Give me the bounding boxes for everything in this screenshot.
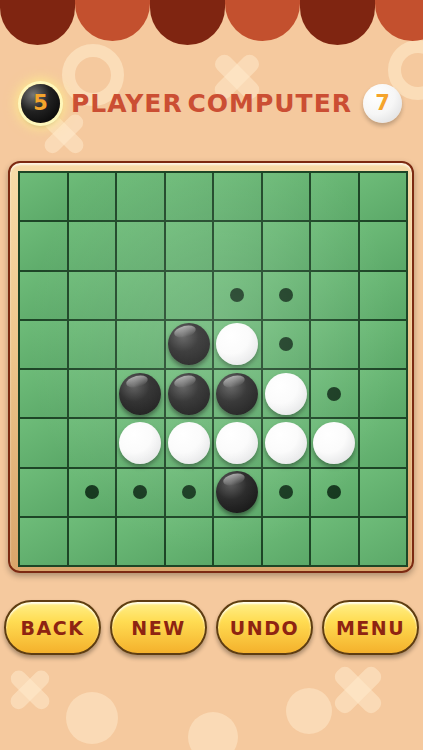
board-cell-g5[interactable] bbox=[311, 370, 358, 417]
board-cell-e2[interactable] bbox=[214, 222, 261, 269]
board-cell-c1[interactable] bbox=[117, 173, 164, 220]
board-cell-a8[interactable] bbox=[20, 518, 67, 565]
board-cell-c6[interactable] bbox=[117, 419, 164, 466]
board-cell-e7[interactable] bbox=[214, 469, 261, 516]
board-cell-g2[interactable] bbox=[311, 222, 358, 269]
legal-move-hint-dot bbox=[133, 485, 147, 499]
board-cell-a5[interactable] bbox=[20, 370, 67, 417]
board-cell-e5[interactable] bbox=[214, 370, 261, 417]
board-cell-f3[interactable] bbox=[263, 272, 310, 319]
legal-move-hint-dot bbox=[279, 337, 293, 351]
board-cell-d5[interactable] bbox=[166, 370, 213, 417]
othello-app: 5 PLAYER COMPUTER 7 BACK NEW UNDO MENU bbox=[0, 0, 423, 750]
board-cell-e1[interactable] bbox=[214, 173, 261, 220]
board-cell-h4[interactable] bbox=[360, 321, 407, 368]
board-cell-h2[interactable] bbox=[360, 222, 407, 269]
board-cell-d7[interactable] bbox=[166, 469, 213, 516]
board-cell-c4[interactable] bbox=[117, 321, 164, 368]
black-disc bbox=[119, 373, 161, 415]
board-cell-e3[interactable] bbox=[214, 272, 261, 319]
board-cell-f8[interactable] bbox=[263, 518, 310, 565]
board-cell-e4[interactable] bbox=[214, 321, 261, 368]
board-cell-a6[interactable] bbox=[20, 419, 67, 466]
board-cell-h3[interactable] bbox=[360, 272, 407, 319]
pattern-x-icon bbox=[6, 666, 54, 714]
board-cell-g1[interactable] bbox=[311, 173, 358, 220]
board-cell-b4[interactable] bbox=[69, 321, 116, 368]
pattern-circle-icon bbox=[286, 688, 332, 734]
player-score: 5 PLAYER bbox=[21, 84, 183, 123]
board-cell-f2[interactable] bbox=[263, 222, 310, 269]
board-cell-c2[interactable] bbox=[117, 222, 164, 269]
awning-scallop bbox=[225, 0, 300, 41]
board-cell-c3[interactable] bbox=[117, 272, 164, 319]
board-cell-b2[interactable] bbox=[69, 222, 116, 269]
board-cell-g4[interactable] bbox=[311, 321, 358, 368]
awning-scallop bbox=[300, 0, 375, 45]
board-cell-e6[interactable] bbox=[214, 419, 261, 466]
computer-score-count: 7 bbox=[375, 93, 390, 114]
white-disc bbox=[216, 323, 258, 365]
black-disc bbox=[216, 373, 258, 415]
white-disc bbox=[265, 422, 307, 464]
menu-button[interactable]: MENU bbox=[322, 600, 419, 655]
board-cell-h6[interactable] bbox=[360, 419, 407, 466]
board-cell-d2[interactable] bbox=[166, 222, 213, 269]
board-cell-f7[interactable] bbox=[263, 469, 310, 516]
board-cell-f4[interactable] bbox=[263, 321, 310, 368]
board-cell-g7[interactable] bbox=[311, 469, 358, 516]
legal-move-hint-dot bbox=[182, 485, 196, 499]
player-label: PLAYER bbox=[71, 89, 183, 118]
board-cell-c5[interactable] bbox=[117, 370, 164, 417]
board-grid bbox=[18, 171, 408, 567]
scoreboard: 5 PLAYER COMPUTER 7 bbox=[0, 84, 423, 123]
board-cell-d1[interactable] bbox=[166, 173, 213, 220]
legal-move-hint-dot bbox=[279, 485, 293, 499]
legal-move-hint-dot bbox=[327, 485, 341, 499]
board-cell-d4[interactable] bbox=[166, 321, 213, 368]
awning-scallop bbox=[375, 0, 423, 41]
board-cell-c7[interactable] bbox=[117, 469, 164, 516]
board-cell-b7[interactable] bbox=[69, 469, 116, 516]
white-disc bbox=[119, 422, 161, 464]
board-cell-b8[interactable] bbox=[69, 518, 116, 565]
board-cell-g3[interactable] bbox=[311, 272, 358, 319]
awning-decoration bbox=[0, 0, 423, 50]
black-disc bbox=[168, 373, 210, 415]
board-cell-a3[interactable] bbox=[20, 272, 67, 319]
computer-white-disc: 7 bbox=[363, 84, 402, 123]
pattern-circle-icon bbox=[66, 692, 118, 744]
legal-move-hint-dot bbox=[279, 288, 293, 302]
black-disc bbox=[168, 323, 210, 365]
pattern-x-icon bbox=[330, 662, 386, 718]
awning-scallop bbox=[75, 0, 150, 41]
board-cell-e8[interactable] bbox=[214, 518, 261, 565]
new-button[interactable]: NEW bbox=[110, 600, 207, 655]
white-disc bbox=[265, 373, 307, 415]
board-cell-f5[interactable] bbox=[263, 370, 310, 417]
board-cell-a1[interactable] bbox=[20, 173, 67, 220]
board-cell-a4[interactable] bbox=[20, 321, 67, 368]
black-disc bbox=[216, 471, 258, 513]
legal-move-hint-dot bbox=[230, 288, 244, 302]
computer-score: COMPUTER 7 bbox=[188, 84, 402, 123]
board-cell-b5[interactable] bbox=[69, 370, 116, 417]
computer-label: COMPUTER bbox=[188, 89, 352, 118]
board-frame bbox=[8, 161, 414, 573]
board-cell-h8[interactable] bbox=[360, 518, 407, 565]
board-cell-d8[interactable] bbox=[166, 518, 213, 565]
board-cell-a2[interactable] bbox=[20, 222, 67, 269]
white-disc bbox=[168, 422, 210, 464]
board-cell-g6[interactable] bbox=[311, 419, 358, 466]
board-cell-f6[interactable] bbox=[263, 419, 310, 466]
undo-button[interactable]: UNDO bbox=[216, 600, 313, 655]
board-cell-b3[interactable] bbox=[69, 272, 116, 319]
awning-scallop bbox=[150, 0, 225, 45]
awning-scallop bbox=[0, 0, 75, 45]
board-cell-h7[interactable] bbox=[360, 469, 407, 516]
legal-move-hint-dot bbox=[85, 485, 99, 499]
board-cell-g8[interactable] bbox=[311, 518, 358, 565]
board-cell-b6[interactable] bbox=[69, 419, 116, 466]
board-cell-f1[interactable] bbox=[263, 173, 310, 220]
player-black-disc-turn-indicator: 5 bbox=[21, 84, 60, 123]
board-cell-h5[interactable] bbox=[360, 370, 407, 417]
board-cell-d6[interactable] bbox=[166, 419, 213, 466]
board-cell-a7[interactable] bbox=[20, 469, 67, 516]
legal-move-hint-dot bbox=[327, 387, 341, 401]
board-cell-d3[interactable] bbox=[166, 272, 213, 319]
white-disc bbox=[313, 422, 355, 464]
board-cell-h1[interactable] bbox=[360, 173, 407, 220]
button-bar: BACK NEW UNDO MENU bbox=[0, 600, 423, 655]
player-score-count: 5 bbox=[33, 93, 48, 114]
board-cell-c8[interactable] bbox=[117, 518, 164, 565]
board-cell-b1[interactable] bbox=[69, 173, 116, 220]
white-disc bbox=[216, 422, 258, 464]
pattern-circle-icon bbox=[188, 712, 238, 750]
back-button[interactable]: BACK bbox=[4, 600, 101, 655]
